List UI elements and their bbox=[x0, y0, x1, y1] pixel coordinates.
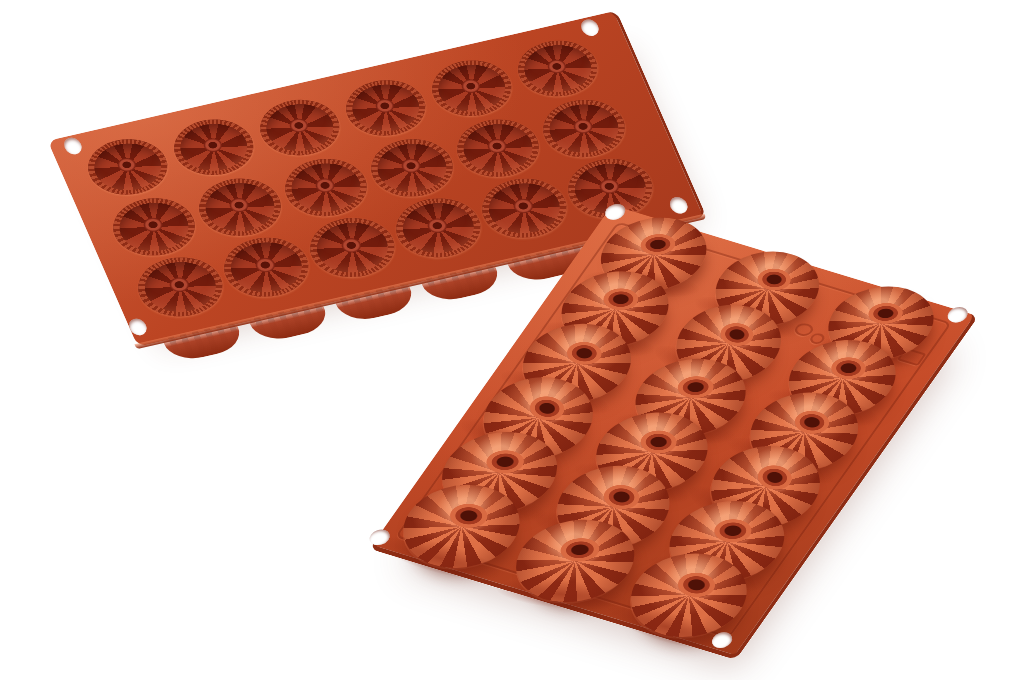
corner-hole bbox=[126, 317, 149, 337]
corner-hole bbox=[667, 196, 690, 216]
photo-stage bbox=[0, 0, 1024, 680]
